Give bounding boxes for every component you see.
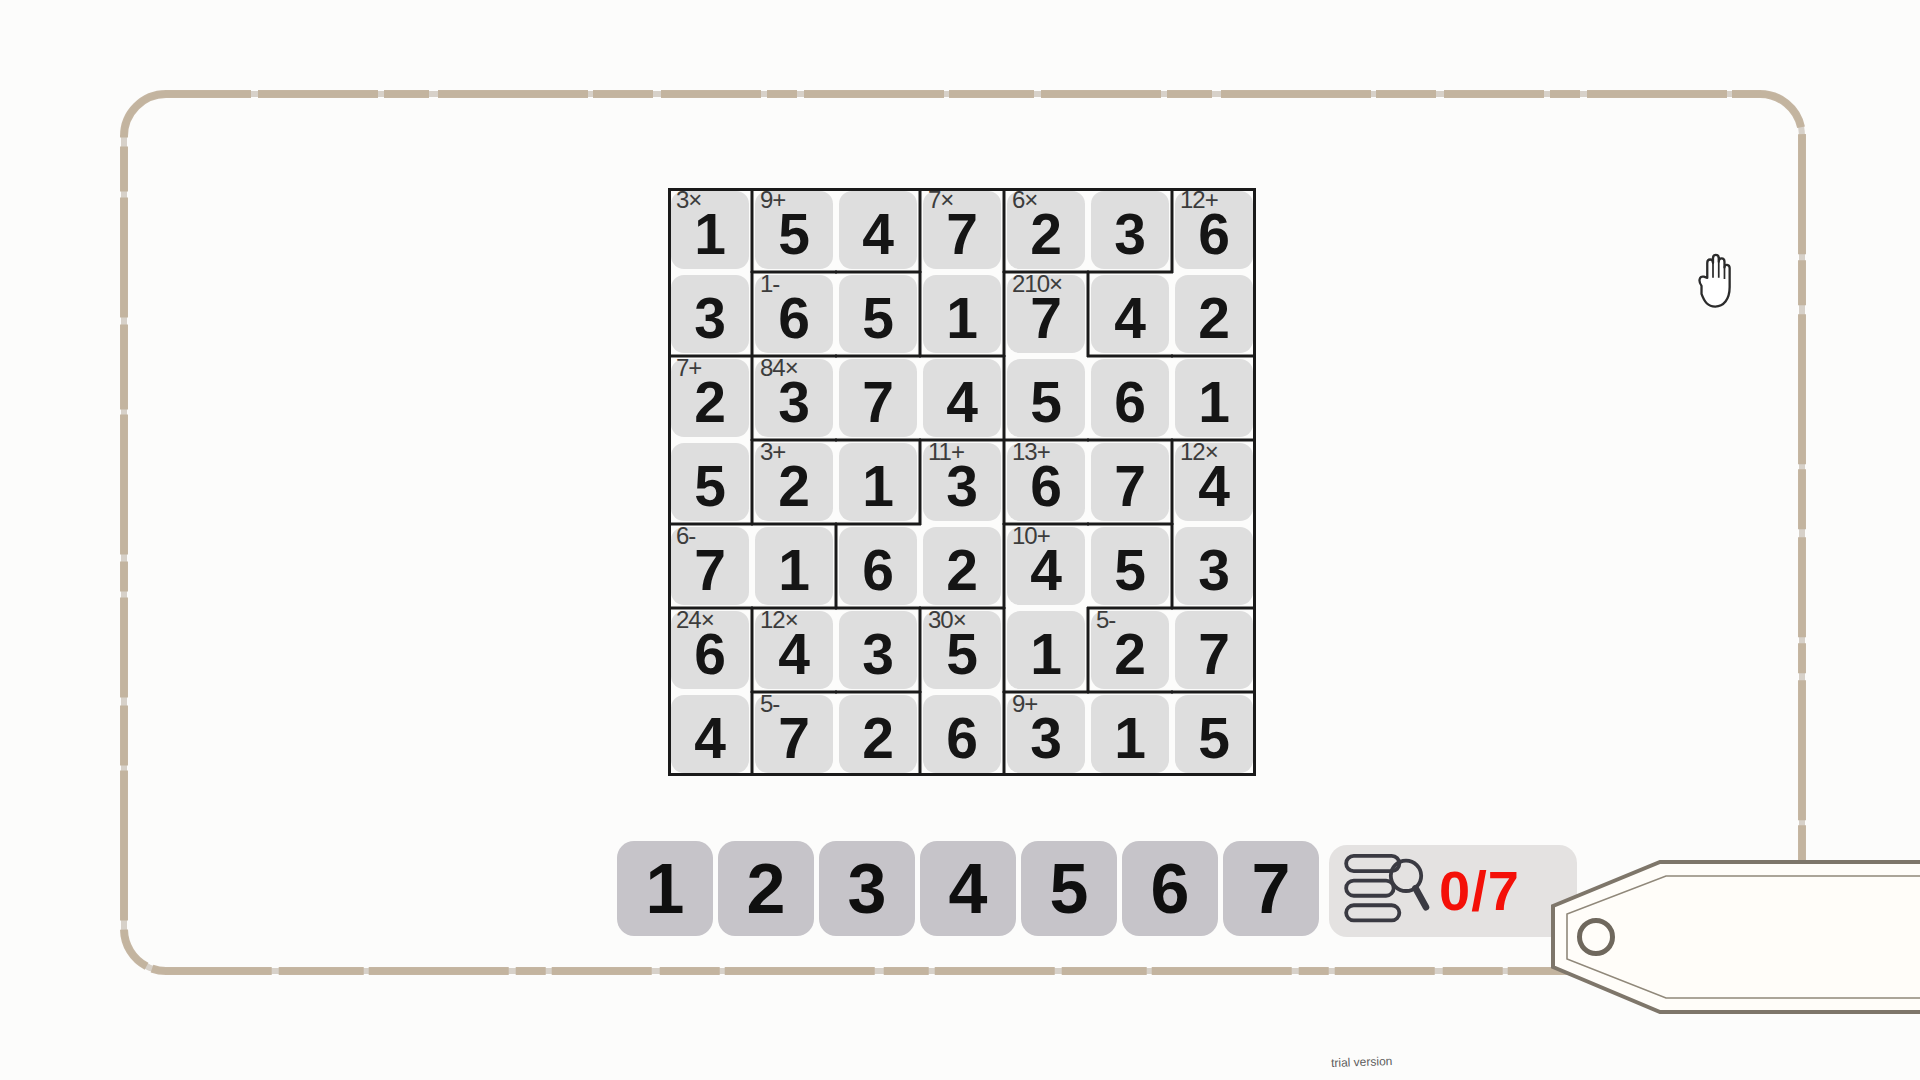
cell-r2c1[interactable]: 3 [668,272,752,356]
cell-value: 1 [1030,626,1062,683]
cell-r6c3[interactable]: 3 [836,608,920,692]
cell-bg: 3 [1175,527,1253,605]
cell-r4c4[interactable]: 311+ [920,440,1004,524]
cell-value: 1 [1198,374,1230,431]
cell-bg: 4 [1091,275,1169,353]
cage-label: 10+ [1012,523,1050,549]
cell-r5c7[interactable]: 3 [1172,524,1256,608]
number-button-label: 6 [1151,854,1190,924]
cell-value: 7 [1198,626,1230,683]
trial-version-watermark: trial version [1331,1054,1393,1070]
cage-label: 1- [760,271,779,297]
cell-bg: 1 [755,527,833,605]
cell-bg: 76- [671,527,749,605]
cell-value: 3 [1198,542,1230,599]
cell-value: 1 [946,290,978,347]
cell-value: 2 [694,374,726,431]
number-button-6[interactable]: 6 [1122,841,1218,936]
cell-r4c3[interactable]: 1 [836,440,920,524]
number-button-3[interactable]: 3 [819,841,915,936]
cell-bg: 27+ [671,359,749,437]
cell-r7c6[interactable]: 1 [1088,692,1172,776]
cell-value: 4 [862,206,894,263]
cell-value: 1 [694,206,726,263]
cell-bg: 5 [1091,527,1169,605]
cell-value: 3 [862,626,894,683]
cell-bg: 2 [923,527,1001,605]
cell-value: 2 [1030,206,1062,263]
cell-r3c4[interactable]: 4 [920,356,1004,440]
cell-value: 7 [694,542,726,599]
cell-r6c1[interactable]: 624× [668,608,752,692]
cell-bg: 7210× [1007,275,1085,353]
number-button-label: 1 [646,854,685,924]
cell-bg: 13× [671,191,749,269]
cell-r7c4[interactable]: 6 [920,692,1004,776]
cell-bg: 5 [1007,359,1085,437]
cell-r1c4[interactable]: 77× [920,188,1004,272]
cell-r7c3[interactable]: 2 [836,692,920,776]
cell-value: 6 [1198,206,1230,263]
cell-value: 5 [862,290,894,347]
cell-bg: 6 [1091,359,1169,437]
cell-r1c1[interactable]: 13× [668,188,752,272]
cell-value: 6 [946,710,978,767]
kenken-board: 13×59+477×26×3612+361-517210×4227+384×74… [668,188,1256,776]
cell-r3c2[interactable]: 384× [752,356,836,440]
search-list-icon [1343,853,1431,929]
cage-label: 3× [676,187,701,213]
cell-value: 4 [1198,458,1230,515]
cell-value: 6 [778,290,810,347]
cell-value: 5 [778,206,810,263]
cell-r4c6[interactable]: 7 [1088,440,1172,524]
cell-value: 5 [1030,374,1062,431]
cell-value: 4 [1114,290,1146,347]
cell-bg: 6 [839,527,917,605]
cell-bg: 7 [839,359,917,437]
cell-r4c5[interactable]: 613+ [1004,440,1088,524]
cage-label: 3+ [760,439,785,465]
cell-value: 7 [1114,458,1146,515]
cell-bg: 530× [923,611,1001,689]
cage-label: 30× [928,607,966,633]
cell-r2c7[interactable]: 2 [1172,272,1256,356]
number-button-label: 3 [848,854,887,924]
cell-r4c1[interactable]: 5 [668,440,752,524]
cell-value: 5 [694,458,726,515]
cell-value: 1 [778,542,810,599]
cage-label: 210× [1012,271,1062,297]
cell-bg: 3 [671,275,749,353]
cell-r7c1[interactable]: 4 [668,692,752,776]
cell-value: 4 [694,710,726,767]
cage-label: 84× [760,355,798,381]
cell-r7c7[interactable]: 5 [1172,692,1256,776]
cell-r7c5[interactable]: 39+ [1004,692,1088,776]
cell-r5c3[interactable]: 6 [836,524,920,608]
cell-value: 3 [946,458,978,515]
hand-cursor [1692,248,1734,310]
cell-bg: 1 [839,443,917,521]
cell-bg: 412× [1175,443,1253,521]
cell-r3c6[interactable]: 6 [1088,356,1172,440]
cell-r6c5[interactable]: 1 [1004,608,1088,692]
cage-label: 7+ [676,355,701,381]
cell-bg: 384× [755,359,833,437]
cell-value: 6 [1030,458,1062,515]
check-count: 0/7 [1439,863,1520,919]
cell-bg: 59+ [755,191,833,269]
cell-bg: 77× [923,191,1001,269]
number-button-2[interactable]: 2 [718,841,814,936]
cell-bg: 4 [671,695,749,773]
cell-bg: 4 [839,191,917,269]
cell-bg: 5 [671,443,749,521]
cell-r2c4[interactable]: 1 [920,272,1004,356]
cell-r6c2[interactable]: 412× [752,608,836,692]
cell-value: 7 [946,206,978,263]
number-button-label: 2 [747,854,786,924]
cell-bg: 7 [1175,611,1253,689]
cell-r3c5[interactable]: 5 [1004,356,1088,440]
cell-value: 1 [862,458,894,515]
cell-value: 2 [946,542,978,599]
cage-label: 5- [1096,607,1115,633]
cell-bg: 612+ [1175,191,1253,269]
cell-r6c4[interactable]: 530× [920,608,1004,692]
cage-label: 6- [676,523,695,549]
cell-r2c6[interactable]: 4 [1088,272,1172,356]
number-button-1[interactable]: 1 [617,841,713,936]
cell-r1c2[interactable]: 59+ [752,188,836,272]
cell-r6c6[interactable]: 25- [1088,608,1172,692]
cage-label: 9+ [1012,691,1037,717]
cell-r7c2[interactable]: 75- [752,692,836,776]
cell-r5c2[interactable]: 1 [752,524,836,608]
cell-bg: 624× [671,611,749,689]
cage-label: 13+ [1012,439,1050,465]
cell-r5c5[interactable]: 410+ [1004,524,1088,608]
cage-label: 7× [928,187,953,213]
cell-r2c3[interactable]: 5 [836,272,920,356]
cell-bg: 75- [755,695,833,773]
cell-value: 2 [862,710,894,767]
cell-value: 3 [778,374,810,431]
cell-value: 7 [778,710,810,767]
cell-value: 1 [1114,710,1146,767]
cell-r5c6[interactable]: 5 [1088,524,1172,608]
number-button-4[interactable]: 4 [920,841,1016,936]
cell-bg: 5 [1175,695,1253,773]
cell-bg: 25- [1091,611,1169,689]
cell-r1c6[interactable]: 3 [1088,188,1172,272]
cell-value: 6 [694,626,726,683]
cell-value: 7 [862,374,894,431]
cell-value: 2 [778,458,810,515]
cage-label: 9+ [760,187,785,213]
cell-r6c7[interactable]: 7 [1172,608,1256,692]
cell-r5c4[interactable]: 2 [920,524,1004,608]
cell-bg: 2 [1175,275,1253,353]
cell-bg: 1 [1175,359,1253,437]
cell-bg: 6 [923,695,1001,773]
cell-r3c7[interactable]: 1 [1172,356,1256,440]
number-button-5[interactable]: 5 [1021,841,1117,936]
cell-value: 4 [1030,542,1062,599]
cell-bg: 7 [1091,443,1169,521]
cell-bg: 613+ [1007,443,1085,521]
number-button-label: 5 [1050,854,1089,924]
cell-bg: 26× [1007,191,1085,269]
cage-label: 11+ [928,439,964,465]
cell-r1c3[interactable]: 4 [836,188,920,272]
cage-label: 6× [1012,187,1037,213]
cell-value: 3 [694,290,726,347]
cage-label: 5- [760,691,779,717]
cell-value: 6 [1114,374,1146,431]
cell-value: 6 [862,542,894,599]
cell-bg: 3 [839,611,917,689]
name-tag[interactable] [1540,848,1920,1028]
cell-r1c7[interactable]: 612+ [1172,188,1256,272]
cage-label: 12+ [1180,187,1218,213]
cell-bg: 4 [923,359,1001,437]
cell-bg: 1 [1007,611,1085,689]
number-button-label: 7 [1252,854,1291,924]
cell-r3c1[interactable]: 27+ [668,356,752,440]
cage-label: 12× [760,607,798,633]
cell-bg: 5 [839,275,917,353]
cell-r1c5[interactable]: 26× [1004,188,1088,272]
cell-r4c2[interactable]: 23+ [752,440,836,524]
cell-bg: 412× [755,611,833,689]
cell-bg: 2 [839,695,917,773]
cell-value: 3 [1114,206,1146,263]
cell-value: 4 [946,374,978,431]
cell-r3c3[interactable]: 7 [836,356,920,440]
cell-value: 4 [778,626,810,683]
cell-r5c1[interactable]: 76- [668,524,752,608]
cell-value: 5 [1198,710,1230,767]
cell-bg: 3 [1091,191,1169,269]
cell-bg: 1 [923,275,1001,353]
cell-bg: 410+ [1007,527,1085,605]
cell-bg: 311+ [923,443,1001,521]
number-button-bar: 1234567 [617,841,1319,936]
cell-r2c5[interactable]: 7210× [1004,272,1088,356]
number-button-label: 4 [949,854,988,924]
cell-value: 7 [1030,290,1062,347]
cell-bg: 61- [755,275,833,353]
cage-label: 24× [676,607,714,633]
cell-value: 2 [1114,626,1146,683]
cell-value: 5 [946,626,978,683]
cell-bg: 1 [1091,695,1169,773]
cell-r4c7[interactable]: 412× [1172,440,1256,524]
cell-bg: 23+ [755,443,833,521]
cell-value: 5 [1114,542,1146,599]
cell-r2c2[interactable]: 61- [752,272,836,356]
cell-bg: 39+ [1007,695,1085,773]
number-button-7[interactable]: 7 [1223,841,1319,936]
cage-label: 12× [1180,439,1218,465]
cell-value: 3 [1030,710,1062,767]
cell-value: 2 [1198,290,1230,347]
kenken-app: 13×59+477×26×3612+361-517210×4227+384×74… [0,0,1920,1080]
